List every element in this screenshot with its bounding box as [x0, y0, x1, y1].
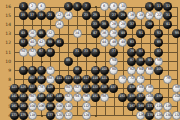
stone-move-number: 68	[48, 77, 52, 80]
star-point	[41, 61, 43, 63]
stone-move-number: 61	[57, 41, 61, 44]
black-stone-39[interactable]: 39	[145, 20, 154, 29]
black-stone-67[interactable]: 67	[37, 48, 46, 57]
black-stone-65[interactable]: 65	[154, 38, 163, 47]
white-stone-34[interactable]: 34	[73, 29, 82, 38]
black-stone-9[interactable]: 9	[145, 2, 154, 11]
black-stone-123[interactable]: 123	[10, 84, 19, 93]
stone-move-number: 29	[121, 14, 125, 17]
white-stone-82[interactable]: 82	[73, 84, 82, 93]
white-stone-16[interactable]: 16	[127, 11, 136, 20]
stone-move-number: 115	[74, 77, 80, 80]
stone-move-number: 71	[75, 50, 79, 53]
black-stone-97[interactable]: 97	[37, 66, 46, 75]
black-stone-141[interactable]: 141	[10, 93, 19, 102]
black-stone-173[interactable]: 173	[10, 111, 19, 120]
stone-move-number: 60	[112, 68, 116, 71]
stone-move-number: 105	[156, 68, 162, 71]
stone-move-number: 7	[85, 5, 87, 8]
row-label: 13	[0, 31, 11, 36]
white-stone-98[interactable]: 98	[100, 93, 109, 102]
stone-move-number: 175	[20, 114, 26, 117]
black-stone-7[interactable]: 7	[82, 2, 91, 11]
black-stone-27[interactable]: 27	[109, 11, 118, 20]
black-stone-121[interactable]: 121	[100, 75, 109, 84]
black-stone-79[interactable]: 79	[127, 48, 136, 57]
stone-move-number: 96	[84, 95, 88, 98]
stone-move-number: 70	[121, 77, 125, 80]
stone-move-number: 141	[11, 95, 17, 98]
white-stone-100[interactable]: 100	[145, 93, 154, 102]
white-stone-106[interactable]: 106	[37, 102, 46, 111]
black-stone-25[interactable]: 25	[91, 11, 100, 20]
white-stone-46[interactable]: 46	[109, 38, 118, 47]
black-stone-51[interactable]: 51	[136, 29, 145, 38]
black-stone-11[interactable]: 11	[154, 2, 163, 11]
stone-move-number: 120	[56, 114, 62, 117]
stone-move-number: 8	[113, 5, 115, 8]
stone-move-number: 24	[57, 23, 61, 26]
black-stone-89[interactable]: 89	[136, 57, 145, 66]
stone-move-number: 151	[93, 95, 99, 98]
black-stone-109[interactable]: 109	[37, 75, 46, 84]
white-stone-4[interactable]: 4	[37, 2, 46, 11]
black-stone-165[interactable]: 165	[46, 102, 55, 111]
white-stone-68[interactable]: 68	[46, 75, 55, 84]
stone-move-number: 122	[65, 114, 71, 117]
stone-move-number: 36	[103, 32, 107, 35]
stone-move-number: 38	[112, 32, 116, 35]
white-stone-72[interactable]: 72	[127, 75, 136, 84]
stone-move-number: 92	[66, 95, 70, 98]
white-stone-92[interactable]: 92	[64, 93, 73, 102]
black-stone-13[interactable]: 13	[163, 2, 172, 11]
white-stone-120[interactable]: 120	[55, 111, 64, 120]
row-label: 9	[0, 68, 11, 73]
black-stone-129[interactable]: 129	[46, 84, 55, 93]
stone-move-number: 37	[130, 23, 134, 26]
white-stone-116[interactable]: 116	[163, 102, 172, 111]
black-stone-47[interactable]: 47	[91, 29, 100, 38]
white-stone-14[interactable]: 14	[64, 11, 73, 20]
black-stone-33[interactable]: 33	[91, 20, 100, 29]
black-stone-143[interactable]: 143	[19, 93, 28, 102]
stone-move-number: 145	[38, 95, 44, 98]
black-stone-101[interactable]: 101	[91, 66, 100, 75]
stone-move-number: 73	[84, 50, 88, 53]
stone-move-number: 26	[112, 23, 116, 26]
white-stone-18[interactable]: 18	[136, 11, 145, 20]
black-stone-175[interactable]: 175	[19, 111, 28, 120]
stone-move-number: 65	[157, 41, 161, 44]
stone-move-number: 23	[84, 14, 88, 17]
black-stone-87[interactable]: 87	[127, 57, 136, 66]
black-stone-127[interactable]: 127	[28, 84, 37, 93]
white-stone-86[interactable]: 86	[145, 84, 154, 93]
stone-move-number: 171	[147, 105, 153, 108]
white-stone-102[interactable]: 102	[172, 93, 180, 102]
stone-move-number: 139	[129, 86, 135, 89]
row-label: 16	[0, 4, 11, 9]
white-stone-70[interactable]: 70	[118, 75, 127, 84]
stone-move-number: 35	[103, 23, 107, 26]
stone-move-number: 6	[104, 5, 106, 8]
white-stone-56[interactable]: 56	[154, 57, 163, 66]
black-stone-147[interactable]: 147	[46, 93, 55, 102]
stone-move-number: 22	[157, 14, 161, 17]
stone-move-number: 72	[130, 77, 134, 80]
stone-move-number: 161	[11, 105, 17, 108]
white-stone-38[interactable]: 38	[109, 29, 118, 38]
stone-move-number: 131	[83, 86, 89, 89]
stone-move-number: 169	[138, 105, 144, 108]
black-stone-111[interactable]: 111	[55, 75, 64, 84]
row-label: 8	[0, 77, 11, 82]
white-stone-66[interactable]: 66	[145, 66, 154, 75]
black-stone-131[interactable]: 131	[82, 84, 91, 93]
stone-move-number: 159	[156, 95, 162, 98]
stone-move-number: 117	[83, 77, 89, 80]
black-stone-163[interactable]: 163	[19, 102, 28, 111]
white-stone-78[interactable]: 78	[37, 84, 46, 93]
black-stone-95[interactable]: 95	[28, 66, 37, 75]
stone-move-number: 59	[48, 41, 52, 44]
white-stone-132[interactable]: 132	[172, 111, 180, 120]
stone-move-number: 10	[121, 5, 125, 8]
row-label: 15	[0, 13, 11, 18]
stone-move-number: 39	[148, 23, 152, 26]
black-stone-81[interactable]: 81	[136, 48, 145, 57]
black-stone-107[interactable]: 107	[28, 75, 37, 84]
black-stone-171[interactable]: 171	[145, 102, 154, 111]
stone-move-number: 128	[156, 114, 162, 117]
stone-move-number: 132	[174, 114, 180, 117]
stone-move-number: 126	[138, 114, 144, 117]
stone-move-number: 106	[38, 105, 44, 108]
white-stone-88[interactable]: 88	[172, 84, 180, 93]
white-stone-12[interactable]: 12	[55, 11, 64, 20]
black-stone-63[interactable]: 63	[127, 38, 136, 47]
stone-move-number: 121	[102, 77, 108, 80]
stone-move-number: 41	[166, 23, 170, 26]
stone-move-number: 20	[148, 14, 152, 17]
black-stone-29[interactable]: 29	[118, 11, 127, 20]
stone-move-number: 1	[22, 5, 24, 8]
stone-move-number: 124	[83, 114, 89, 117]
black-stone-105[interactable]: 105	[154, 66, 163, 75]
black-stone-37[interactable]: 37	[127, 20, 136, 29]
black-stone-41[interactable]: 41	[163, 20, 172, 29]
white-stone-30[interactable]: 30	[28, 29, 37, 38]
star-point	[95, 6, 97, 8]
white-stone-74[interactable]: 74	[136, 75, 145, 84]
stone-move-number: 55	[175, 32, 179, 35]
white-stone-108[interactable]: 108	[55, 102, 64, 111]
black-stone-31[interactable]: 31	[163, 11, 172, 20]
stone-move-number: 2	[31, 5, 33, 8]
go-board[interactable]: 1615141312111098765412435768109111315171…	[0, 0, 180, 120]
white-stone-124[interactable]: 124	[82, 111, 91, 120]
stone-move-number: 87	[130, 59, 134, 62]
stone-move-number: 112	[83, 105, 89, 108]
black-stone-75[interactable]: 75	[91, 48, 100, 57]
stone-move-number: 9	[149, 5, 151, 8]
stone-move-number: 32	[48, 32, 52, 35]
stone-move-number: 34	[75, 32, 79, 35]
stone-move-number: 67	[39, 50, 43, 53]
black-stone-99[interactable]: 99	[73, 66, 82, 75]
stone-move-number: 137	[111, 86, 117, 89]
black-stone-159[interactable]: 159	[154, 93, 163, 102]
stone-move-number: 119	[93, 77, 99, 80]
white-stone-26[interactable]: 26	[109, 20, 118, 29]
stone-move-number: 14	[66, 14, 70, 17]
black-stone-103[interactable]: 103	[100, 66, 109, 75]
stone-move-number: 149	[56, 95, 62, 98]
stone-move-number: 153	[120, 95, 126, 98]
stone-move-number: 110	[65, 105, 71, 108]
stone-move-number: 108	[56, 105, 62, 108]
stone-move-number: 13	[166, 5, 170, 8]
white-stone-2[interactable]: 2	[28, 2, 37, 11]
black-stone-73[interactable]: 73	[82, 48, 91, 57]
stone-move-number: 107	[29, 77, 35, 80]
white-stone-58[interactable]: 58	[46, 66, 55, 75]
white-stone-80[interactable]: 80	[64, 84, 73, 93]
stone-move-number: 79	[130, 50, 134, 53]
stone-move-number: 33	[94, 23, 98, 26]
stone-move-number: 62	[130, 68, 134, 71]
black-stone-151[interactable]: 151	[91, 93, 100, 102]
white-stone-8[interactable]: 8	[109, 2, 118, 11]
stone-move-number: 94	[75, 95, 79, 98]
stone-move-number: 52	[30, 50, 34, 53]
stone-move-number: 130	[165, 114, 171, 117]
stone-move-number: 45	[39, 32, 43, 35]
white-stone-64[interactable]: 64	[136, 66, 145, 75]
row-label: 12	[0, 40, 11, 45]
stone-move-number: 5	[76, 5, 78, 8]
white-stone-90[interactable]: 90	[28, 93, 37, 102]
white-stone-36[interactable]: 36	[100, 29, 109, 38]
black-stone-169[interactable]: 169	[136, 102, 145, 111]
stone-move-number: 40	[30, 41, 34, 44]
stone-move-number: 86	[148, 86, 152, 89]
stone-move-number: 63	[130, 41, 134, 44]
black-stone-49[interactable]: 49	[118, 29, 127, 38]
white-stone-40[interactable]: 40	[28, 38, 37, 47]
white-stone-62[interactable]: 62	[127, 66, 136, 75]
white-stone-60[interactable]: 60	[109, 66, 118, 75]
black-stone-153[interactable]: 153	[118, 93, 127, 102]
black-stone-35[interactable]: 35	[100, 20, 109, 29]
stone-move-number: 177	[47, 114, 53, 117]
stone-move-number: 123	[11, 86, 17, 89]
stone-move-number: 109	[38, 77, 44, 80]
black-stone-53[interactable]: 53	[154, 29, 163, 38]
black-stone-177[interactable]: 177	[46, 111, 55, 120]
white-stone-48[interactable]: 48	[118, 38, 127, 47]
black-stone-1[interactable]: 1	[19, 2, 28, 11]
stone-move-number: 155	[129, 95, 135, 98]
black-stone-135[interactable]: 135	[100, 84, 109, 93]
black-stone-85[interactable]: 85	[64, 57, 73, 66]
stone-move-number: 85	[66, 59, 70, 62]
star-point	[41, 115, 43, 117]
white-stone-118[interactable]: 118	[28, 111, 37, 120]
stone-move-number: 30	[30, 32, 34, 35]
stone-move-number: 58	[48, 68, 52, 71]
black-stone-93[interactable]: 93	[19, 66, 28, 75]
black-stone-69[interactable]: 69	[46, 48, 55, 57]
white-stone-50[interactable]: 50	[19, 48, 28, 57]
row-label: 11	[0, 50, 11, 55]
black-stone-161[interactable]: 161	[10, 102, 19, 111]
black-stone-83[interactable]: 83	[154, 48, 163, 57]
black-stone-21[interactable]: 21	[46, 11, 55, 20]
black-stone-5[interactable]: 5	[73, 2, 82, 11]
black-stone-61[interactable]: 61	[55, 38, 64, 47]
stone-move-number: 125	[20, 86, 26, 89]
black-stone-77[interactable]: 77	[109, 48, 118, 57]
stone-move-number: 98	[103, 95, 107, 98]
stone-move-number: 42	[39, 41, 43, 44]
black-stone-125[interactable]: 125	[19, 84, 28, 93]
stone-move-number: 44	[103, 41, 107, 44]
stone-move-number: 56	[157, 59, 161, 62]
stone-move-number: 69	[48, 50, 52, 53]
stone-move-number: 80	[66, 86, 70, 89]
white-stone-122[interactable]: 122	[64, 111, 73, 120]
black-stone-113[interactable]: 113	[64, 75, 73, 84]
white-stone-130[interactable]: 130	[163, 111, 172, 120]
stone-move-number: 163	[20, 105, 26, 108]
black-stone-119[interactable]: 119	[91, 75, 100, 84]
stone-move-number: 83	[157, 50, 161, 53]
white-stone-24[interactable]: 24	[55, 20, 64, 29]
white-stone-112[interactable]: 112	[82, 102, 91, 111]
black-stone-57[interactable]: 57	[19, 38, 28, 47]
stone-move-number: 47	[94, 32, 98, 35]
black-stone-139[interactable]: 139	[127, 84, 136, 93]
white-stone-104[interactable]: 104	[28, 102, 37, 111]
white-stone-32[interactable]: 32	[46, 29, 55, 38]
white-stone-94[interactable]: 94	[73, 93, 82, 102]
black-stone-117[interactable]: 117	[82, 75, 91, 84]
black-stone-19[interactable]: 19	[37, 11, 46, 20]
stone-move-number: 133	[93, 86, 99, 89]
stone-move-number: 4	[40, 5, 42, 8]
white-stone-20[interactable]: 20	[145, 11, 154, 20]
white-stone-22[interactable]: 22	[154, 11, 163, 20]
black-stone-137[interactable]: 137	[109, 84, 118, 93]
black-stone-3[interactable]: 3	[64, 2, 73, 11]
stone-move-number: 81	[139, 50, 143, 53]
stone-move-number: 54	[112, 59, 116, 62]
stone-move-number: 135	[102, 86, 108, 89]
stone-move-number: 91	[148, 59, 152, 62]
stone-move-number: 90	[30, 95, 34, 98]
stone-move-number: 49	[121, 32, 125, 35]
stone-move-number: 114	[156, 105, 162, 108]
stone-move-number: 66	[148, 68, 152, 71]
stone-move-number: 21	[48, 14, 52, 17]
white-stone-110[interactable]: 110	[64, 102, 73, 111]
black-stone-179[interactable]: 179	[145, 111, 154, 120]
stone-move-number: 48	[121, 41, 125, 44]
stone-move-number: 88	[175, 86, 179, 89]
stone-move-number: 3	[67, 5, 69, 8]
stone-move-number: 129	[47, 86, 53, 89]
row-label: 10	[0, 59, 11, 64]
white-stone-54[interactable]: 54	[109, 57, 118, 66]
stone-move-number: 25	[94, 14, 98, 17]
stone-move-number: 76	[166, 77, 170, 80]
black-stone-149[interactable]: 149	[55, 93, 64, 102]
white-stone-10[interactable]: 10	[118, 2, 127, 11]
stone-move-number: 127	[29, 86, 35, 89]
black-stone-115[interactable]: 115	[73, 75, 82, 84]
stone-move-number: 77	[112, 50, 116, 53]
white-stone-52[interactable]: 52	[28, 48, 37, 57]
stone-move-number: 104	[29, 105, 35, 108]
black-stone-17[interactable]: 17	[28, 11, 37, 20]
stone-move-number: 57	[21, 41, 25, 44]
black-stone-167[interactable]: 167	[127, 102, 136, 111]
black-stone-15[interactable]: 15	[19, 11, 28, 20]
stone-move-number: 46	[112, 41, 116, 44]
white-stone-44[interactable]: 44	[100, 38, 109, 47]
black-stone-23[interactable]: 23	[82, 11, 91, 20]
white-stone-128[interactable]: 128	[154, 111, 163, 120]
black-stone-45[interactable]: 45	[37, 29, 46, 38]
stone-move-number: 12	[57, 14, 61, 17]
black-stone-155[interactable]: 155	[127, 93, 136, 102]
black-stone-59[interactable]: 59	[46, 38, 55, 47]
white-stone-84[interactable]: 84	[136, 84, 145, 93]
stone-move-number: 103	[102, 68, 108, 71]
black-stone-91[interactable]: 91	[145, 57, 154, 66]
star-point	[95, 61, 97, 63]
stone-move-number: 53	[157, 32, 161, 35]
row-label: 14	[0, 22, 11, 27]
stone-move-number: 93	[21, 68, 25, 71]
stone-move-number: 64	[139, 68, 143, 71]
stone-move-number: 116	[165, 105, 171, 108]
black-stone-71[interactable]: 71	[73, 48, 82, 57]
black-stone-133[interactable]: 133	[91, 84, 100, 93]
stone-move-number: 179	[147, 114, 153, 117]
white-stone-28[interactable]: 28	[118, 20, 127, 29]
white-stone-126[interactable]: 126	[136, 111, 145, 120]
black-stone-157[interactable]: 157	[136, 93, 145, 102]
stone-move-number: 113	[65, 77, 71, 80]
stone-move-number: 157	[138, 95, 144, 98]
stone-move-number: 17	[30, 14, 34, 17]
stone-move-number: 11	[157, 5, 161, 8]
black-stone-145[interactable]: 145	[37, 93, 46, 102]
stone-move-number: 51	[139, 32, 143, 35]
white-stone-114[interactable]: 114	[154, 102, 163, 111]
stone-move-number: 19	[39, 14, 43, 17]
black-stone-55[interactable]: 55	[172, 29, 180, 38]
white-stone-6[interactable]: 6	[100, 2, 109, 11]
stone-move-number: 101	[93, 68, 99, 71]
white-stone-42[interactable]: 42	[37, 38, 46, 47]
black-stone-43[interactable]: 43	[19, 29, 28, 38]
white-stone-96[interactable]: 96	[82, 93, 91, 102]
white-stone-76[interactable]: 76	[163, 75, 172, 84]
